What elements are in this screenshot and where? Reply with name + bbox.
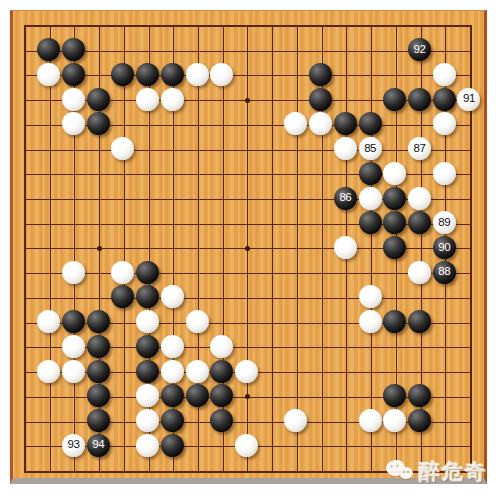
stone-white bbox=[433, 112, 456, 135]
stone-black bbox=[161, 434, 184, 457]
stone-black bbox=[359, 162, 382, 185]
stone-white bbox=[37, 310, 60, 333]
stone-white bbox=[433, 63, 456, 86]
stone-black bbox=[383, 236, 406, 259]
move-number: 87 bbox=[414, 143, 426, 155]
stone-black: 90 bbox=[433, 236, 456, 259]
page: 92918587868990889394 醉危奇 bbox=[0, 0, 500, 500]
stone-black bbox=[87, 384, 110, 407]
stone-white bbox=[186, 310, 209, 333]
star-point bbox=[245, 246, 250, 251]
stone-white bbox=[62, 112, 85, 135]
stone-white bbox=[161, 360, 184, 383]
stone-white bbox=[433, 162, 456, 185]
stone-white: 91 bbox=[457, 88, 480, 111]
move-number: 94 bbox=[92, 439, 104, 451]
stone-white bbox=[359, 409, 382, 432]
stone-black bbox=[87, 112, 110, 135]
stone-white: 87 bbox=[408, 137, 431, 160]
stone-black: 88 bbox=[433, 261, 456, 284]
move-number: 86 bbox=[339, 192, 351, 204]
go-board: 92918587868990889394 bbox=[10, 10, 487, 484]
stone-white bbox=[136, 384, 159, 407]
stone-white bbox=[408, 261, 431, 284]
stone-black bbox=[37, 38, 60, 61]
stone-black bbox=[161, 63, 184, 86]
stone-black bbox=[408, 384, 431, 407]
stone-white bbox=[136, 409, 159, 432]
stone-black: 94 bbox=[87, 434, 110, 457]
stone-white bbox=[359, 187, 382, 210]
stone-white bbox=[161, 285, 184, 308]
stone-black bbox=[161, 409, 184, 432]
stone-black bbox=[334, 112, 357, 135]
stone-black: 86 bbox=[334, 187, 357, 210]
move-number: 93 bbox=[68, 439, 80, 451]
stone-black bbox=[408, 310, 431, 333]
stone-black bbox=[408, 88, 431, 111]
stone-black bbox=[210, 409, 233, 432]
stone-white bbox=[383, 409, 406, 432]
stone-white bbox=[408, 187, 431, 210]
stone-black bbox=[359, 211, 382, 234]
stone-black bbox=[309, 63, 332, 86]
stone-black bbox=[62, 310, 85, 333]
stone-white bbox=[383, 162, 406, 185]
move-number: 89 bbox=[438, 217, 450, 229]
stone-white bbox=[111, 137, 134, 160]
stone-black bbox=[210, 360, 233, 383]
stone-black bbox=[383, 310, 406, 333]
stone-white bbox=[161, 88, 184, 111]
stone-white bbox=[62, 261, 85, 284]
stone-white bbox=[284, 409, 307, 432]
stone-black bbox=[383, 88, 406, 111]
move-number: 92 bbox=[414, 44, 426, 56]
stone-black bbox=[161, 384, 184, 407]
stone-black bbox=[433, 88, 456, 111]
stone-black bbox=[408, 211, 431, 234]
stone-white: 85 bbox=[359, 137, 382, 160]
stone-white bbox=[235, 434, 258, 457]
stone-white bbox=[62, 360, 85, 383]
star-point bbox=[97, 246, 102, 251]
go-grid: 92918587868990889394 bbox=[25, 26, 471, 472]
stone-black bbox=[408, 409, 431, 432]
stone-black bbox=[136, 360, 159, 383]
stone-black bbox=[136, 261, 159, 284]
stone-white bbox=[186, 63, 209, 86]
move-number: 91 bbox=[463, 93, 475, 105]
stone-white bbox=[62, 335, 85, 358]
stone-black bbox=[111, 63, 134, 86]
star-point bbox=[245, 394, 250, 399]
stone-black bbox=[87, 360, 110, 383]
stone-white bbox=[334, 137, 357, 160]
stone-black bbox=[136, 335, 159, 358]
stone-black bbox=[87, 409, 110, 432]
stone-white bbox=[210, 63, 233, 86]
stone-black bbox=[136, 285, 159, 308]
stone-white bbox=[210, 335, 233, 358]
stone-black bbox=[136, 63, 159, 86]
stone-white bbox=[136, 310, 159, 333]
stone-white bbox=[136, 88, 159, 111]
stone-black bbox=[87, 310, 110, 333]
stone-white bbox=[111, 261, 134, 284]
stone-black bbox=[383, 211, 406, 234]
stone-white bbox=[37, 360, 60, 383]
stone-black bbox=[62, 38, 85, 61]
stone-black bbox=[87, 335, 110, 358]
stone-black bbox=[87, 88, 110, 111]
stone-white bbox=[235, 360, 258, 383]
stone-black: 92 bbox=[408, 38, 431, 61]
stone-white bbox=[284, 112, 307, 135]
stone-white bbox=[136, 434, 159, 457]
stone-white bbox=[309, 112, 332, 135]
stone-white: 89 bbox=[433, 211, 456, 234]
move-number: 85 bbox=[364, 143, 376, 155]
star-point bbox=[245, 98, 250, 103]
move-number: 88 bbox=[438, 266, 450, 278]
stone-white bbox=[62, 88, 85, 111]
stone-black bbox=[62, 63, 85, 86]
stone-white bbox=[37, 63, 60, 86]
stone-black bbox=[309, 88, 332, 111]
stone-white: 93 bbox=[62, 434, 85, 457]
stone-white bbox=[334, 236, 357, 259]
stone-white bbox=[186, 360, 209, 383]
stone-black bbox=[210, 384, 233, 407]
stone-white bbox=[359, 285, 382, 308]
stone-black bbox=[186, 384, 209, 407]
move-number: 90 bbox=[438, 242, 450, 254]
stone-black bbox=[383, 187, 406, 210]
stone-white bbox=[359, 310, 382, 333]
stone-black bbox=[383, 384, 406, 407]
stone-white bbox=[161, 335, 184, 358]
stone-black bbox=[111, 285, 134, 308]
stone-black bbox=[359, 112, 382, 135]
